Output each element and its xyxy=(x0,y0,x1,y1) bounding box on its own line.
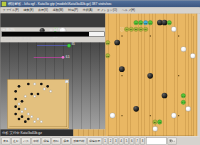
thumb-black-stone xyxy=(14,98,17,101)
white-stone-T13 xyxy=(190,53,196,59)
toolbar-mini-button-2[interactable]: 2 xyxy=(108,137,112,144)
candidate-move-O18[interactable]: 45 xyxy=(167,20,172,25)
toolbar-mini-button-5[interactable]: 5 xyxy=(124,137,128,144)
thumb-white-stone xyxy=(43,88,46,91)
black-stone-C15 xyxy=(114,40,120,46)
thumb-white-stone xyxy=(30,115,33,118)
winrate-graph-value: 85 xyxy=(72,43,75,46)
star-point xyxy=(178,35,179,36)
toolbar-mini-button-3[interactable]: 3 xyxy=(114,137,118,144)
thumb-black-stone xyxy=(27,83,30,86)
candidate-move-K18[interactable]: 46 xyxy=(148,20,153,25)
star-point xyxy=(150,35,151,36)
winrate-bar-white-segment xyxy=(89,32,104,36)
white-stone-B4 xyxy=(110,113,116,119)
candidate-move-R7[interactable]: 47 xyxy=(181,93,186,98)
thumb-white-stone xyxy=(24,108,27,111)
screenshot-viewport: 棋譜解析 - kifu.sgf - KataGo gtp (models\Kat… xyxy=(0,0,200,145)
toolbar-button-6[interactable]: 保存 xyxy=(62,137,71,144)
toolbar-button-0[interactable]: 戻る xyxy=(1,137,10,144)
status-text: 分析 実行中 KataGo40b.gz xyxy=(2,131,42,135)
black-stone-K10 xyxy=(147,73,153,79)
thumb-black-stone xyxy=(18,108,21,111)
thumb-black-stone xyxy=(46,85,49,88)
app-icon xyxy=(2,1,7,6)
thumb-black-stone xyxy=(14,105,17,108)
window-title: 棋譜解析 - kifu.sgf - KataGo gtp (models\Kat… xyxy=(8,1,112,6)
thumbnail-expand-icon[interactable] xyxy=(65,80,68,83)
toolbar-button-1[interactable]: 進む xyxy=(11,137,20,144)
score-graph-value: 6.5 xyxy=(66,55,70,58)
menu-item-1[interactable]: 編集(E) xyxy=(21,8,36,12)
toolbar-mini-button-7[interactable]: 7 xyxy=(135,137,139,144)
winrate-current-dot xyxy=(67,44,71,48)
menu-item-6[interactable]: オプション(O) xyxy=(95,8,119,12)
candidate-move-J17[interactable]: 36 xyxy=(143,27,148,32)
go-analysis-window: 棋譜解析 - kifu.sgf - KataGo gtp (models\Kat… xyxy=(0,0,200,145)
menu-item-5[interactable]: 分析(A) xyxy=(80,8,95,12)
thumb-black-stone xyxy=(18,85,21,88)
white-stone-S5 xyxy=(185,106,191,112)
toolbar-button-3[interactable]: 中断 xyxy=(32,137,41,144)
star-point xyxy=(121,115,122,116)
thumb-white-stone xyxy=(24,95,27,98)
winrate-curve xyxy=(37,45,69,46)
star-point xyxy=(121,35,122,36)
toolbar-run-button[interactable]: 実行 xyxy=(168,137,177,144)
toolbar-mini-button-1[interactable]: 1 xyxy=(103,137,107,144)
candidate-move-A15[interactable]: 35 xyxy=(105,40,110,45)
toolbar-wide-button-0[interactable]: 形勢判断 xyxy=(72,137,87,144)
position-judgement-text: 黒優勢 85.2% (B+6.5) xyxy=(2,37,105,41)
white-stone-R14 xyxy=(181,46,187,52)
thumb-white-stone xyxy=(18,103,21,106)
star-point xyxy=(178,115,179,116)
window-right-edge xyxy=(198,13,200,136)
toolbar-mini-button-6[interactable]: 6 xyxy=(130,137,134,144)
thumb-black-stone xyxy=(37,93,40,96)
score-current-dot xyxy=(62,56,65,59)
menu-item-2[interactable]: 表示(V) xyxy=(36,8,51,12)
bottom-toolbar: 戻る進むパス中断候補検討保存形勢判断候補表示12345678実行 xyxy=(0,136,200,145)
menu-item-4[interactable]: 対局(P) xyxy=(66,8,81,12)
thumb-black-stone xyxy=(24,120,27,123)
candidate-move-R6[interactable]: 44 xyxy=(181,100,186,105)
toolbar-button-4[interactable]: 候補 xyxy=(42,137,51,144)
toolbar-wide-button-1[interactable]: 候補表示 xyxy=(87,137,102,144)
toolbar-button-2[interactable]: パス xyxy=(21,137,30,144)
menu-item-7[interactable]: ヘルプ(H) xyxy=(119,8,137,12)
thumb-white-stone xyxy=(21,110,24,113)
ghost-marker-D17[interactable] xyxy=(120,27,125,32)
star-point xyxy=(150,115,151,116)
black-stone-D11 xyxy=(119,66,125,72)
white-stone-L2 xyxy=(152,126,158,132)
menu-item-0[interactable]: ファイル(F) xyxy=(0,8,21,12)
star-point xyxy=(121,75,122,76)
title-bar: 棋譜解析 - kifu.sgf - KataGo gtp (models\Kat… xyxy=(0,0,200,7)
player-info-panel: 0 コミ 4.5 0 xyxy=(0,13,105,27)
toolbar-mini-button-8[interactable]: 8 xyxy=(140,137,144,144)
status-bar: 分析 実行中 KataGo40b.gz xyxy=(0,129,73,136)
toolbar-button-5[interactable]: 検討 xyxy=(52,137,61,144)
winrate-bar xyxy=(2,32,105,37)
status-bar-right-filler xyxy=(73,129,105,136)
black-stone-G5 xyxy=(133,106,139,112)
thumb-white-stone xyxy=(33,83,36,86)
main-go-board[interactable]: 49485246454039383736353347443446 xyxy=(105,14,197,137)
thumb-white-stone xyxy=(40,120,43,123)
thumb-black-stone xyxy=(18,118,21,121)
toolbar-input[interactable] xyxy=(146,137,166,144)
game-record-thumbnail-board[interactable] xyxy=(7,79,69,129)
toolbar-mini-button-4[interactable]: 4 xyxy=(119,137,123,144)
thumb-black-stone xyxy=(21,115,24,118)
menu-item-3[interactable]: 移動(M) xyxy=(50,8,65,12)
thumb-black-stone xyxy=(40,83,43,86)
score-curve xyxy=(34,57,63,58)
